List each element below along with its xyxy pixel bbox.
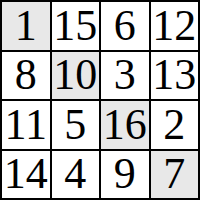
cell-r1c1[interactable]: 1: [2, 2, 50, 50]
cell-r1c2[interactable]: 15: [52, 2, 100, 50]
cell-r2c2[interactable]: 10: [52, 52, 100, 100]
cell-r3c4[interactable]: 2: [151, 101, 199, 149]
cell-r2c4[interactable]: 13: [151, 52, 199, 100]
cell-r4c1[interactable]: 14: [2, 151, 50, 199]
cell-r4c3[interactable]: 9: [101, 151, 149, 199]
cell-r3c3[interactable]: 16: [101, 101, 149, 149]
cell-r2c3[interactable]: 3: [101, 52, 149, 100]
cell-r4c2[interactable]: 4: [52, 151, 100, 199]
magic-square-board: 11561281031311516214497: [0, 0, 200, 200]
cell-r1c4[interactable]: 12: [151, 2, 199, 50]
cell-r1c3[interactable]: 6: [101, 2, 149, 50]
cell-r3c1[interactable]: 11: [2, 101, 50, 149]
cell-r3c2[interactable]: 5: [52, 101, 100, 149]
cell-r4c4[interactable]: 7: [151, 151, 199, 199]
cell-r2c1[interactable]: 8: [2, 52, 50, 100]
